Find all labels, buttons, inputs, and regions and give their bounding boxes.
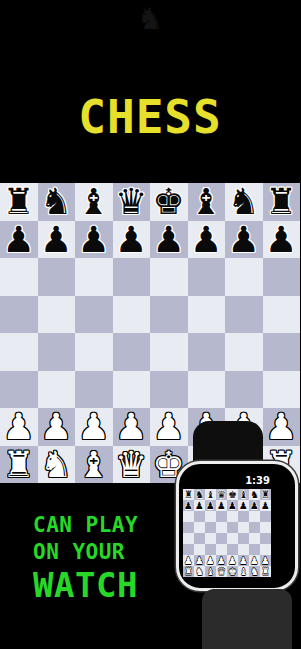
piece-white-pawn-h2: ♟ bbox=[265, 408, 297, 445]
square-g8: ♞ bbox=[249, 489, 260, 500]
piece-white-knight-g1: ♞ bbox=[250, 566, 259, 577]
piece-white-pawn-a2: ♟ bbox=[3, 408, 35, 445]
app-screenshot: ♞ CHESS ♜♞♝♛♚♝♞♜♟♟♟♟♟♟♟♟♟♟♟♟♟♟♟♟♜♞♝♛♚♝♞♜… bbox=[0, 0, 300, 649]
square-b2: ♟ bbox=[194, 555, 205, 566]
piece-black-king-e8: ♚ bbox=[228, 489, 237, 500]
square-a4[interactable] bbox=[0, 333, 38, 371]
square-g7: ♟ bbox=[249, 500, 260, 511]
square-f4[interactable] bbox=[188, 333, 226, 371]
square-a2[interactable]: ♟ bbox=[0, 408, 38, 446]
square-d6 bbox=[216, 511, 227, 522]
piece-black-pawn-h7: ♟ bbox=[261, 500, 270, 511]
square-h8: ♜ bbox=[260, 489, 271, 500]
square-e6 bbox=[227, 511, 238, 522]
piece-white-knight-b1: ♞ bbox=[40, 446, 72, 483]
piece-black-knight-g8: ♞ bbox=[228, 183, 260, 220]
square-c3 bbox=[205, 544, 216, 555]
piece-white-pawn-d2: ♟ bbox=[217, 555, 226, 566]
piece-white-pawn-b2: ♟ bbox=[195, 555, 204, 566]
piece-white-queen-d1: ♛ bbox=[115, 446, 147, 483]
piece-black-pawn-d7: ♟ bbox=[217, 500, 226, 511]
square-e2: ♟ bbox=[227, 555, 238, 566]
square-f7[interactable]: ♟ bbox=[188, 221, 226, 259]
piece-white-pawn-h2: ♟ bbox=[261, 555, 270, 566]
square-c5[interactable] bbox=[75, 296, 113, 334]
square-g2: ♟ bbox=[249, 555, 260, 566]
square-h6[interactable] bbox=[263, 258, 301, 296]
square-f3[interactable] bbox=[188, 371, 226, 409]
square-h5 bbox=[260, 522, 271, 533]
square-b7: ♟ bbox=[194, 500, 205, 511]
square-f4 bbox=[238, 533, 249, 544]
square-f6[interactable] bbox=[188, 258, 226, 296]
square-e4 bbox=[227, 533, 238, 544]
square-c7[interactable]: ♟ bbox=[75, 221, 113, 259]
promo-line-1: CAN PLAY bbox=[33, 512, 138, 539]
square-d5[interactable] bbox=[113, 296, 151, 334]
square-b7[interactable]: ♟ bbox=[38, 221, 76, 259]
square-b6 bbox=[194, 511, 205, 522]
square-c1[interactable]: ♝ bbox=[75, 446, 113, 484]
square-d1[interactable]: ♛ bbox=[113, 446, 151, 484]
square-b3[interactable] bbox=[38, 371, 76, 409]
square-d4[interactable] bbox=[113, 333, 151, 371]
square-d7[interactable]: ♟ bbox=[113, 221, 151, 259]
square-c5 bbox=[205, 522, 216, 533]
piece-white-bishop-f1: ♝ bbox=[239, 566, 248, 577]
square-c7: ♟ bbox=[205, 500, 216, 511]
square-a6[interactable] bbox=[0, 258, 38, 296]
square-b3 bbox=[194, 544, 205, 555]
square-d2[interactable]: ♟ bbox=[113, 408, 151, 446]
square-h6 bbox=[260, 511, 271, 522]
piece-black-knight-b8: ♞ bbox=[40, 183, 72, 220]
square-h7: ♟ bbox=[260, 500, 271, 511]
promo-line-3: WATCH bbox=[33, 566, 138, 604]
square-f8[interactable]: ♝ bbox=[188, 183, 226, 221]
piece-black-knight-b8: ♞ bbox=[195, 489, 204, 500]
square-h4[interactable] bbox=[263, 333, 301, 371]
square-c3[interactable] bbox=[75, 371, 113, 409]
piece-black-pawn-b7: ♟ bbox=[40, 221, 72, 258]
square-g6[interactable] bbox=[225, 258, 263, 296]
square-d7: ♟ bbox=[216, 500, 227, 511]
square-a7: ♟ bbox=[183, 500, 194, 511]
piece-black-pawn-a7: ♟ bbox=[3, 221, 35, 258]
piece-white-pawn-d2: ♟ bbox=[115, 408, 147, 445]
square-f7: ♟ bbox=[238, 500, 249, 511]
piece-white-pawn-c2: ♟ bbox=[78, 408, 110, 445]
square-d6[interactable] bbox=[113, 258, 151, 296]
piece-black-bishop-f8: ♝ bbox=[239, 489, 248, 500]
piece-black-pawn-e7: ♟ bbox=[228, 500, 237, 511]
square-e7[interactable]: ♟ bbox=[150, 221, 188, 259]
square-b1[interactable]: ♞ bbox=[38, 446, 76, 484]
square-g4 bbox=[249, 533, 260, 544]
piece-black-pawn-g7: ♟ bbox=[250, 500, 259, 511]
square-a7[interactable]: ♟ bbox=[0, 221, 38, 259]
square-c4[interactable] bbox=[75, 333, 113, 371]
square-g5[interactable] bbox=[225, 296, 263, 334]
square-h8[interactable]: ♜ bbox=[263, 183, 301, 221]
square-b8[interactable]: ♞ bbox=[38, 183, 76, 221]
knight-logo-icon: ♞ bbox=[0, 2, 300, 36]
piece-black-pawn-c7: ♟ bbox=[78, 221, 110, 258]
square-a3 bbox=[183, 544, 194, 555]
watch-chess-board: ♜♞♝♛♚♝♞♜♟♟♟♟♟♟♟♟♟♟♟♟♟♟♟♟♜♞♝♛♚♝♞♜ bbox=[183, 489, 271, 577]
square-d8: ♛ bbox=[216, 489, 227, 500]
piece-white-rook-a1: ♜ bbox=[3, 446, 35, 483]
square-h7[interactable]: ♟ bbox=[263, 221, 301, 259]
piece-black-pawn-e7: ♟ bbox=[153, 221, 185, 258]
square-h2: ♟ bbox=[260, 555, 271, 566]
square-h4 bbox=[260, 533, 271, 544]
square-f1: ♝ bbox=[238, 566, 249, 577]
piece-black-bishop-f8: ♝ bbox=[190, 183, 222, 220]
watch-clock: 1:39 bbox=[200, 475, 270, 487]
piece-black-pawn-f7: ♟ bbox=[239, 500, 248, 511]
piece-black-pawn-a7: ♟ bbox=[184, 500, 193, 511]
piece-white-pawn-f2: ♟ bbox=[239, 555, 248, 566]
square-d4 bbox=[216, 533, 227, 544]
square-a4 bbox=[183, 533, 194, 544]
piece-white-pawn-e2: ♟ bbox=[228, 555, 237, 566]
square-g1: ♞ bbox=[249, 566, 260, 577]
square-h5[interactable] bbox=[263, 296, 301, 334]
square-c4 bbox=[205, 533, 216, 544]
piece-black-pawn-c7: ♟ bbox=[206, 500, 215, 511]
piece-black-pawn-b7: ♟ bbox=[195, 500, 204, 511]
square-c8[interactable]: ♝ bbox=[75, 183, 113, 221]
piece-black-queen-d8: ♛ bbox=[217, 489, 226, 500]
square-f8: ♝ bbox=[238, 489, 249, 500]
square-g8[interactable]: ♞ bbox=[225, 183, 263, 221]
watch-band-bottom bbox=[202, 589, 292, 649]
square-b8: ♞ bbox=[194, 489, 205, 500]
square-d5 bbox=[216, 522, 227, 533]
piece-white-pawn-g2: ♟ bbox=[250, 555, 259, 566]
square-a5[interactable] bbox=[0, 296, 38, 334]
piece-black-queen-d8: ♛ bbox=[115, 183, 147, 220]
piece-black-rook-a8: ♜ bbox=[3, 183, 35, 220]
square-d3 bbox=[216, 544, 227, 555]
square-e8[interactable]: ♚ bbox=[150, 183, 188, 221]
square-c6[interactable] bbox=[75, 258, 113, 296]
piece-white-knight-b1: ♞ bbox=[195, 566, 204, 577]
square-h3[interactable] bbox=[263, 371, 301, 409]
square-b4 bbox=[194, 533, 205, 544]
piece-black-rook-a8: ♜ bbox=[184, 489, 193, 500]
piece-white-bishop-c1: ♝ bbox=[78, 446, 110, 483]
square-c2[interactable]: ♟ bbox=[75, 408, 113, 446]
square-g4[interactable] bbox=[225, 333, 263, 371]
square-g7[interactable]: ♟ bbox=[225, 221, 263, 259]
square-e3[interactable] bbox=[150, 371, 188, 409]
square-d3[interactable] bbox=[113, 371, 151, 409]
square-h3 bbox=[260, 544, 271, 555]
square-e8: ♚ bbox=[227, 489, 238, 500]
piece-black-pawn-h7: ♟ bbox=[265, 221, 297, 258]
piece-black-pawn-d7: ♟ bbox=[115, 221, 147, 258]
square-f5[interactable] bbox=[188, 296, 226, 334]
square-f6 bbox=[238, 511, 249, 522]
square-a1[interactable]: ♜ bbox=[0, 446, 38, 484]
square-b1: ♞ bbox=[194, 566, 205, 577]
square-e1: ♚ bbox=[227, 566, 238, 577]
piece-white-bishop-c1: ♝ bbox=[206, 566, 215, 577]
square-f3 bbox=[238, 544, 249, 555]
piece-white-queen-d1: ♛ bbox=[217, 566, 226, 577]
square-g3 bbox=[249, 544, 260, 555]
square-c8: ♝ bbox=[205, 489, 216, 500]
square-b6[interactable] bbox=[38, 258, 76, 296]
promo-text: CAN PLAY ON YOUR WATCH bbox=[33, 512, 138, 604]
piece-white-pawn-a2: ♟ bbox=[184, 555, 193, 566]
piece-black-pawn-g7: ♟ bbox=[228, 221, 260, 258]
square-f5 bbox=[238, 522, 249, 533]
square-g5 bbox=[249, 522, 260, 533]
square-a8[interactable]: ♜ bbox=[0, 183, 38, 221]
square-e5[interactable] bbox=[150, 296, 188, 334]
square-e6[interactable] bbox=[150, 258, 188, 296]
piece-black-bishop-c8: ♝ bbox=[78, 183, 110, 220]
square-g6 bbox=[249, 511, 260, 522]
square-d2: ♟ bbox=[216, 555, 227, 566]
square-b5[interactable] bbox=[38, 296, 76, 334]
square-a3[interactable] bbox=[0, 371, 38, 409]
square-b2[interactable]: ♟ bbox=[38, 408, 76, 446]
square-e2[interactable]: ♟ bbox=[150, 408, 188, 446]
piece-black-rook-h8: ♜ bbox=[265, 183, 297, 220]
square-a5 bbox=[183, 522, 194, 533]
piece-white-pawn-c2: ♟ bbox=[206, 555, 215, 566]
square-b4[interactable] bbox=[38, 333, 76, 371]
piece-white-rook-a1: ♜ bbox=[184, 566, 193, 577]
piece-black-knight-g8: ♞ bbox=[250, 489, 259, 500]
square-a8: ♜ bbox=[183, 489, 194, 500]
square-g3[interactable] bbox=[225, 371, 263, 409]
promo-line-2: ON YOUR bbox=[33, 539, 138, 566]
square-h2[interactable]: ♟ bbox=[263, 408, 301, 446]
piece-black-bishop-c8: ♝ bbox=[206, 489, 215, 500]
piece-black-rook-h8: ♜ bbox=[261, 489, 270, 500]
square-e7: ♟ bbox=[227, 500, 238, 511]
watch-band-top bbox=[193, 421, 263, 465]
square-e3 bbox=[227, 544, 238, 555]
piece-white-pawn-e2: ♟ bbox=[153, 408, 185, 445]
page-title: CHESS bbox=[0, 94, 300, 140]
square-e4[interactable] bbox=[150, 333, 188, 371]
square-d1: ♛ bbox=[216, 566, 227, 577]
square-e5 bbox=[227, 522, 238, 533]
square-a1: ♜ bbox=[183, 566, 194, 577]
piece-white-king-e1: ♚ bbox=[228, 566, 237, 577]
square-b5 bbox=[194, 522, 205, 533]
square-f2: ♟ bbox=[238, 555, 249, 566]
square-h1: ♜ bbox=[260, 566, 271, 577]
square-a2: ♟ bbox=[183, 555, 194, 566]
piece-white-pawn-b2: ♟ bbox=[40, 408, 72, 445]
piece-black-pawn-f7: ♟ bbox=[190, 221, 222, 258]
square-c1: ♝ bbox=[205, 566, 216, 577]
square-d8[interactable]: ♛ bbox=[113, 183, 151, 221]
piece-white-rook-h1: ♜ bbox=[261, 566, 270, 577]
piece-black-king-e8: ♚ bbox=[153, 183, 185, 220]
square-a6 bbox=[183, 511, 194, 522]
square-c6 bbox=[205, 511, 216, 522]
square-c2: ♟ bbox=[205, 555, 216, 566]
